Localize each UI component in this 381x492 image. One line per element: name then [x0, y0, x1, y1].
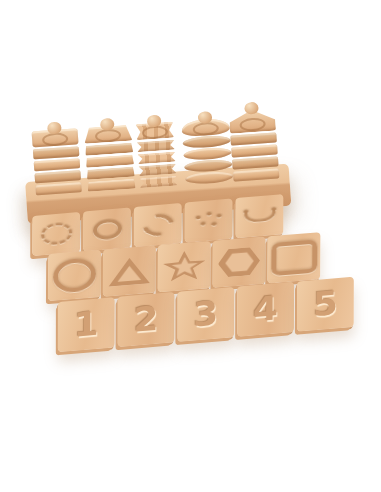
dashed-circle-engraving	[41, 222, 72, 246]
product-photo: 1 2 3 4 5	[0, 0, 381, 492]
triangle-piece	[232, 156, 279, 169]
numeral-5: 5	[313, 286, 338, 321]
stack-circle	[181, 110, 234, 185]
numeral-2: 2	[134, 302, 159, 337]
pattern-tile-2	[83, 207, 131, 251]
double-arc-engraving	[137, 211, 179, 240]
shape-tile-square	[267, 232, 320, 283]
number-tile-3: 3	[177, 287, 234, 342]
number-tile-4: 4	[237, 282, 294, 337]
stack-star	[135, 114, 178, 188]
shape-tile-circle	[48, 250, 101, 301]
numeral-4: 4	[253, 292, 278, 327]
star-piece	[138, 164, 177, 177]
arc-smile-engraving	[244, 210, 275, 223]
shape-tile-hexagon	[212, 237, 265, 288]
shape-tile-triangle	[103, 245, 156, 296]
star-piece	[137, 140, 176, 153]
square-piece	[34, 170, 81, 183]
circle-piece	[183, 147, 232, 161]
hexagon-piece	[86, 154, 135, 167]
star-piece	[137, 152, 176, 165]
stack-hexagon	[83, 117, 136, 192]
number-tile-2: 2	[118, 292, 175, 347]
shape-tile-star	[158, 241, 211, 292]
stack-square	[31, 120, 82, 195]
numeral-3: 3	[193, 297, 218, 332]
ring-engraving	[93, 218, 122, 240]
stack-triangle	[228, 101, 279, 182]
hexagon-piece	[85, 143, 134, 156]
circle-piece	[184, 159, 233, 173]
pattern-tile-5	[235, 194, 283, 238]
triangle-piece	[231, 144, 278, 157]
hexagon-piece	[86, 166, 135, 179]
rounded-square-engraving	[271, 239, 317, 276]
circle-piece	[182, 135, 231, 149]
triangle-piece	[230, 132, 277, 145]
numeral-1: 1	[74, 307, 99, 342]
star-engraving	[162, 249, 206, 285]
number-tile-1: 1	[58, 297, 115, 352]
pattern-tile-1	[32, 212, 80, 256]
five-dots-engraving	[194, 211, 224, 230]
pattern-tile-3	[134, 203, 182, 247]
circle-engraving	[53, 257, 96, 293]
square-piece	[34, 158, 81, 171]
square-piece	[33, 146, 80, 159]
pattern-tile-4	[185, 198, 233, 242]
hexagon-engraving	[218, 246, 260, 277]
triangle-engraving	[108, 256, 150, 287]
number-tile-5: 5	[297, 277, 354, 332]
